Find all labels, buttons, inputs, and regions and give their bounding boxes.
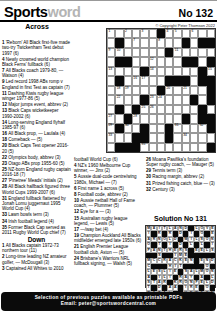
grid-cell[interactable]	[190, 143, 198, 152]
clue-item-number: 7	[2, 68, 6, 73]
clue-item-number: 12	[2, 102, 8, 107]
grid-cell[interactable]	[182, 29, 190, 38]
grid-cell[interactable]	[157, 133, 165, 142]
clue-item: 9 Led record 1998 ABs romp v England in …	[2, 79, 71, 90]
grid-cell-black	[115, 143, 123, 152]
grid-cell[interactable]	[173, 67, 181, 76]
grid-cell[interactable]	[173, 105, 181, 114]
clue-item-number: 29	[146, 168, 152, 173]
grid-cell[interactable]: 20	[165, 86, 173, 95]
clue-item-number: 20	[2, 143, 8, 148]
grid-cell[interactable]: 26	[149, 105, 157, 114]
clue-item: 1 All Blacks captain 1972-73 northern to…	[2, 243, 71, 254]
grid-cell[interactable]	[124, 76, 132, 85]
grid-cell[interactable]: 29	[107, 124, 115, 133]
across-heading: Across	[8, 23, 66, 30]
clue-item: 25 NZ-born England rugby captain 2016-18…	[2, 167, 71, 178]
grid-cell-black	[207, 57, 215, 66]
clue-item: 3 Captained All Whites to 2010	[2, 266, 71, 271]
grid-cell-black	[198, 114, 206, 123]
grid-cell[interactable]	[198, 143, 206, 152]
clue-number: 32	[200, 124, 204, 128]
grid-cell[interactable]	[107, 105, 115, 114]
grid-cell-black	[140, 95, 148, 104]
clue-item-number: 8	[74, 192, 78, 197]
clue-item-number: 10	[74, 198, 80, 203]
grid-cell-black	[190, 57, 198, 66]
clue-item-number: 25	[2, 167, 8, 172]
grid-cell[interactable]: 4	[165, 29, 173, 38]
grid-cell-black	[115, 124, 123, 133]
clue-item: 14 Long-serving England flyhalf 1985-97 …	[2, 120, 71, 131]
grid-cell-black	[182, 114, 190, 123]
clue-number: 14	[150, 68, 154, 72]
grid-cell[interactable]	[149, 133, 157, 142]
grid-cell-black	[132, 133, 140, 142]
grid-cell[interactable]	[165, 114, 173, 123]
grid-cell[interactable]	[115, 114, 123, 123]
clue-item-number: 23	[2, 161, 8, 166]
grid-cell[interactable]	[157, 124, 165, 133]
clue-item: 18 Comeback — (5)	[2, 137, 71, 142]
grid-cell[interactable]	[182, 95, 190, 104]
grid-cell[interactable]	[140, 48, 148, 57]
clue-number: 21	[183, 87, 187, 91]
grid-cell-black	[198, 76, 206, 85]
grid-cell[interactable]: 6	[190, 29, 198, 38]
grid-cell-black	[207, 86, 215, 95]
grid-cell[interactable]: 16	[132, 76, 140, 85]
page: Sportsword No 132 Across © Copyright Pet…	[0, 0, 217, 313]
clue-item-number: 1	[2, 40, 6, 45]
grid-cell[interactable]: 22	[115, 95, 123, 104]
clue-item-number: 15	[74, 216, 80, 221]
clue-item: 6 First name 1 across (5)	[74, 186, 143, 191]
grid-cell[interactable]	[198, 29, 206, 38]
grid-cell-black	[157, 86, 165, 95]
grid-cell[interactable]	[173, 57, 181, 66]
grid-cell[interactable]: 8	[157, 38, 165, 47]
clue-item: 10 Aussie netball Hall of Fame coach, — …	[74, 198, 143, 209]
grid-cell[interactable]	[190, 114, 198, 123]
clue-item-number: 16	[2, 131, 8, 136]
clue-number: 13	[108, 68, 112, 72]
masthead: Sportsword No 132	[0, 2, 217, 22]
grid-cell-black	[124, 57, 132, 66]
grid-cell[interactable]	[124, 105, 132, 114]
puzzle-grid[interactable]: 1234567891011121314151617181920212223242…	[106, 28, 216, 153]
clue-number: 9	[108, 49, 110, 53]
clue-number: 15	[208, 68, 212, 72]
clue-item-number: 12	[74, 209, 80, 214]
grid-cell-black	[140, 67, 148, 76]
clue-item: 24 Brisbane's Warriors NRL fullback sign…	[74, 256, 143, 267]
grid-cell[interactable]	[207, 29, 215, 38]
clue-item-number: 2	[2, 254, 6, 259]
grid-cell-black	[124, 114, 132, 123]
grid-cell-black	[157, 29, 165, 38]
grid-cell[interactable]: 1	[107, 29, 115, 38]
grid-cell[interactable]: 2	[124, 29, 132, 38]
grid-cell[interactable]	[149, 114, 157, 123]
clue-number: 30	[125, 124, 129, 128]
clue-item: 31 England fullback flattened by Jonah L…	[2, 196, 71, 212]
clue-item-number: 11	[2, 91, 8, 96]
grid-cell[interactable]: 30	[124, 124, 132, 133]
grid-cell-black	[207, 143, 215, 152]
clue-number: 2	[125, 30, 127, 34]
clue-item: 17 —/way bet (4)	[74, 227, 143, 232]
grid-cell-black	[124, 143, 132, 152]
grid-cell[interactable]	[157, 48, 165, 57]
grid-cell[interactable]	[107, 95, 115, 104]
clue-number: 17	[142, 77, 146, 81]
grid-cell[interactable]	[140, 114, 148, 123]
grid-cell[interactable]	[124, 48, 132, 57]
grid-cell[interactable]	[198, 86, 206, 95]
footer-email: Email: peter@sportswordcentral.com	[1, 301, 216, 307]
grid-cell[interactable]	[157, 76, 165, 85]
grid-cell-black	[207, 124, 215, 133]
clue-item: 4 Newly crowned world champion Black Fer…	[2, 57, 71, 68]
grid-cell[interactable]	[190, 38, 198, 47]
clue-number: 35	[142, 143, 146, 147]
clue-number: 26	[150, 106, 154, 110]
grid-cell[interactable]	[124, 133, 132, 142]
clue-number: 29	[108, 124, 112, 128]
clue-item: 15 Australian rugby league legend, — Lew…	[74, 216, 143, 227]
clue-item: 8 Football code, abbrev (2)	[74, 192, 143, 197]
grid-cell[interactable]	[207, 105, 215, 114]
clue-number: 25	[142, 106, 146, 110]
grid-cell-black	[140, 124, 148, 133]
grid-cell[interactable]: 19	[124, 86, 132, 95]
grid-cell[interactable]	[149, 29, 157, 38]
grid-cell[interactable]	[132, 95, 140, 104]
grid-cell[interactable]: 5	[173, 29, 181, 38]
grid-cell[interactable]	[182, 124, 190, 133]
grid-cell[interactable]	[149, 124, 157, 133]
solution-heading: Solution No 131	[145, 215, 216, 222]
clue-number: 4	[167, 30, 169, 34]
clue-item-number: 26	[146, 157, 152, 162]
grid-cell[interactable]	[198, 57, 206, 66]
clue-item: 2 Long-time leading NZ amateur golfer, —…	[2, 254, 71, 265]
grid-cell[interactable]: 13	[107, 67, 115, 76]
grid-cell-black	[132, 105, 140, 114]
grid-cell[interactable]	[173, 133, 181, 142]
clue-item: 7 All Blacks coach 1979-80, — Watson (4)	[2, 68, 71, 79]
clue-number: 3	[142, 30, 144, 34]
clue-item-number: 21	[74, 244, 80, 249]
grid-cell[interactable]	[165, 105, 173, 114]
clue-item: 22 Olympics body, abbrev (3)	[2, 155, 71, 160]
grid-cell[interactable]: 35	[140, 143, 148, 152]
clue-number: 11	[175, 49, 178, 53]
grid-cell[interactable]	[190, 105, 198, 114]
clue-number: 18	[117, 87, 121, 91]
grid-cell[interactable]	[157, 143, 165, 152]
clue-number: 27	[108, 115, 112, 119]
grid-cell[interactable]	[165, 67, 173, 76]
clue-item-number: 17	[74, 227, 80, 232]
grid-cell[interactable]	[149, 143, 157, 152]
clue-item-number: 35	[2, 225, 8, 230]
clue-item-number: 24	[74, 256, 80, 261]
clue-item-number: 14	[2, 120, 8, 125]
clue-number: 5	[175, 30, 177, 34]
grid-cell[interactable]: 9	[107, 48, 115, 57]
solution-grid: MAITLANDLOVEIRRDIOEARNOLDWILSONOTIDLLIPA…	[145, 225, 216, 288]
clue-item-number: 32	[146, 187, 152, 192]
grid-cell-black	[115, 57, 123, 66]
grid-cell-black	[198, 67, 206, 76]
title-bold: Sports	[4, 4, 48, 20]
clue-number: 20	[167, 87, 171, 91]
grid-cell-black	[115, 105, 123, 114]
clue-item: 12 Major jumps event, abbrev (2)	[2, 102, 71, 107]
clue-item-number: 5	[74, 174, 78, 179]
grid-cell[interactable]	[165, 57, 173, 66]
grid-cell[interactable]	[182, 67, 190, 76]
clue-number: 34	[183, 134, 187, 138]
grid-cell[interactable]	[132, 48, 140, 57]
grid-cell[interactable]	[124, 67, 132, 76]
grid-cell[interactable]	[149, 86, 157, 95]
grid-cell-black	[165, 48, 173, 57]
grid-cell[interactable]	[173, 143, 181, 152]
grid-cell[interactable]	[149, 76, 157, 85]
grid-cell[interactable]	[182, 143, 190, 152]
grid-cell[interactable]	[140, 57, 148, 66]
grid-cell[interactable]: 31	[173, 124, 181, 133]
grid-cell[interactable]	[190, 48, 198, 57]
grid-cell[interactable]: 21	[182, 86, 190, 95]
grid-cell[interactable]	[157, 57, 165, 66]
grid-cell-black	[173, 76, 181, 85]
grid-cell[interactable]	[207, 133, 215, 142]
clue-item: 21 English Premier League football club,…	[74, 244, 143, 255]
grid-cell[interactable]	[190, 76, 198, 85]
grid-cell[interactable]	[107, 57, 115, 66]
grid-cell[interactable]	[124, 38, 132, 47]
clue-number: 16	[133, 77, 137, 81]
grid-cell[interactable]: 7	[132, 38, 140, 47]
clue-number: 12	[150, 58, 154, 62]
grid-cell[interactable]	[124, 95, 132, 104]
grid-cell[interactable]	[182, 48, 190, 57]
clue-item: 35 Former Black Cap served as 2011 Rugby…	[2, 225, 71, 236]
clue-number: 1	[108, 30, 110, 34]
grid-cell[interactable]	[132, 124, 140, 133]
grid-cell[interactable]	[207, 48, 215, 57]
clue-number: 22	[117, 96, 121, 100]
clue-item: 27 'Pinetree' Meads' initials (2)	[2, 178, 71, 183]
grid-cell[interactable]: 32	[198, 124, 206, 133]
footer-banner: Selection of previous puzzles available …	[1, 292, 216, 311]
clue-item-number: 19	[74, 233, 80, 238]
clue-item: 29 Tennis term (3)	[146, 168, 216, 173]
grid-cell[interactable]	[165, 143, 173, 152]
grid-cell[interactable]	[115, 67, 123, 76]
clue-number: 23	[150, 96, 154, 100]
grid-cell-black	[207, 95, 215, 104]
clue-item-number: 28	[2, 184, 8, 189]
grid-cell[interactable]	[190, 86, 198, 95]
grid-cell-black	[140, 133, 148, 142]
clue-number: 31	[175, 124, 179, 128]
clue-item-number: 3	[2, 266, 6, 271]
grid-cell-black	[132, 143, 140, 152]
grid-cell[interactable]	[132, 29, 140, 38]
grid-cell-black	[198, 105, 206, 114]
clue-item-number: 4	[74, 163, 78, 168]
clue-number: 7	[133, 39, 135, 43]
grid-cell-black	[115, 38, 123, 47]
clue-item: 11 Dashing Kiwis rugby league winger 197…	[2, 91, 71, 102]
title-light: word	[48, 4, 81, 20]
grid-cell[interactable]	[173, 95, 181, 104]
clue-item: 26 Moana Pasifika's foundation Super rug…	[146, 157, 216, 168]
grid-cell[interactable]: 3	[140, 29, 148, 38]
grid-cell[interactable]: 25	[140, 105, 148, 114]
clue-item: 19 Champion Auckland All Blacks midfield…	[74, 233, 143, 244]
clue-column-1: 1 'Reborn' All Black first-five made two…	[2, 40, 71, 289]
clue-number: 19	[125, 87, 129, 91]
clue-item-number: 13	[2, 108, 8, 113]
grid-cell[interactable]: 34	[182, 133, 190, 142]
grid-cell-black	[115, 76, 123, 85]
clue-item-number: 31	[2, 196, 8, 201]
grid-cell-black	[165, 133, 173, 142]
grid-cell[interactable]	[190, 133, 198, 142]
grid-cell[interactable]	[107, 86, 115, 95]
clue-item: 5 Aussie dual-code centre/wing 1980s, Mi…	[74, 174, 143, 185]
grid-cell[interactable]	[149, 48, 157, 57]
clue-column-2: football World Cup (6)4 NZ's 1960 Melbou…	[74, 157, 143, 289]
grid-cell-black	[190, 95, 198, 104]
grid-cell-black	[182, 76, 190, 85]
grid-cell-black	[182, 57, 190, 66]
clue-item: 28 All Black halfback figured three Worl…	[2, 184, 71, 195]
clue-item: 20 Black Caps Test opener 2016-20 (5)	[2, 143, 71, 154]
grid-cell[interactable]	[173, 114, 181, 123]
grid-cell[interactable]	[157, 105, 165, 114]
clue-number: 10	[117, 49, 121, 53]
clue-item: 16 All Black prop, — Laulala (4)	[2, 131, 71, 136]
grid-cell[interactable]	[198, 48, 206, 57]
clue-item: 34 Irish football legend (4)	[2, 219, 71, 224]
grid-cell[interactable]	[115, 29, 123, 38]
grid-cell[interactable]	[198, 133, 206, 142]
clue-item-number: 34	[2, 219, 8, 224]
clue-item: 32 Century (3)	[146, 187, 216, 192]
grid-cell[interactable]	[165, 95, 173, 104]
grid-cell[interactable]	[165, 38, 173, 47]
grid-cell[interactable]: 11	[173, 48, 181, 57]
grid-cell[interactable]	[140, 86, 148, 95]
clue-item-number: 31	[146, 181, 152, 186]
grid-cell[interactable]: 17	[140, 76, 148, 85]
grid-cell[interactable]	[115, 133, 123, 142]
grid-cell[interactable]	[157, 114, 165, 123]
clue-item: 31 Prized fishing catch, blue — (3)	[146, 181, 216, 186]
clue-item-number: 33	[2, 212, 8, 217]
grid-cell[interactable]	[107, 143, 115, 152]
grid-cell[interactable]	[182, 105, 190, 114]
grid-cell[interactable]: 10	[115, 48, 123, 57]
grid-cell[interactable]	[190, 124, 198, 133]
clue-number: 8	[158, 39, 160, 43]
issue-number: No 132	[179, 7, 213, 19]
grid-cell[interactable]: 28	[132, 114, 140, 123]
grid-cell[interactable]: 23	[149, 95, 157, 104]
clue-item-number: 9	[2, 79, 6, 84]
grid-cell[interactable]	[107, 38, 115, 47]
grid-cell[interactable]	[173, 86, 181, 95]
down-heading: Down	[2, 237, 71, 242]
clue-number: 33	[108, 134, 112, 138]
grid-cell[interactable]: 18	[115, 86, 123, 95]
clue-number: 6	[191, 30, 193, 34]
grid-cell[interactable]	[190, 67, 198, 76]
grid-cell-black	[198, 38, 206, 47]
grid-cell[interactable]	[157, 67, 165, 76]
clue-runover: football World Cup (6)	[74, 157, 143, 162]
clue-item: 23 Otago ABs prop 1955-60 (5)	[2, 161, 71, 166]
grid-cell-black	[207, 114, 215, 123]
clue-number: 24	[158, 96, 162, 100]
clue-column-3: 26 Moana Pasifika's foundation Super rug…	[146, 157, 216, 217]
grid-cell-black	[165, 124, 173, 133]
grid-cell[interactable]: 15	[207, 67, 215, 76]
clue-item-number: 6	[74, 186, 78, 191]
grid-cell[interactable]: 27	[107, 114, 115, 123]
clue-item: 12 Eye for a — (3)	[74, 209, 143, 214]
grid-cell[interactable]: 14	[149, 67, 157, 76]
grid-cell[interactable]	[198, 95, 206, 104]
grid-cell[interactable]: 12	[149, 57, 157, 66]
clue-item: 33 Lawn bowls term (3)	[2, 212, 71, 217]
grid-cell[interactable]: 24	[157, 95, 165, 104]
grid-cell-black	[165, 76, 173, 85]
clue-item-number: 30	[146, 174, 152, 179]
clue-item: 4 NZ's 1960 Melbourne Cup winner, — Jinx…	[74, 163, 143, 174]
grid-cell[interactable]	[132, 67, 140, 76]
clue-item-number: 27	[2, 178, 8, 183]
clue-item: 13 Black Caps wicketkeeper 1990-2002 (6)	[2, 108, 71, 119]
grid-cell[interactable]	[140, 38, 148, 47]
grid-cell[interactable]	[132, 86, 140, 95]
page-title: Sportsword	[4, 4, 81, 20]
grid-cell[interactable]	[132, 57, 140, 66]
grid-cell-black	[182, 38, 190, 47]
clue-number: 28	[133, 115, 137, 119]
grid-cell[interactable]	[149, 38, 157, 47]
clue-item-number: 18	[2, 137, 8, 142]
grid-cell-black	[207, 76, 215, 85]
clue-item: 1 'Reborn' All Black first-five made two…	[2, 40, 71, 56]
grid-cell[interactable]: 33	[107, 133, 115, 142]
grid-cell[interactable]	[173, 38, 181, 47]
clue-item-number: 1	[2, 243, 6, 248]
clue-item-number: 4	[2, 57, 6, 62]
clue-item-number: 22	[2, 155, 8, 160]
clue-item: 30 Racing margin, abbrev (2)	[146, 174, 216, 179]
grid-cell[interactable]	[107, 76, 115, 85]
grid-cell-black	[207, 38, 215, 47]
